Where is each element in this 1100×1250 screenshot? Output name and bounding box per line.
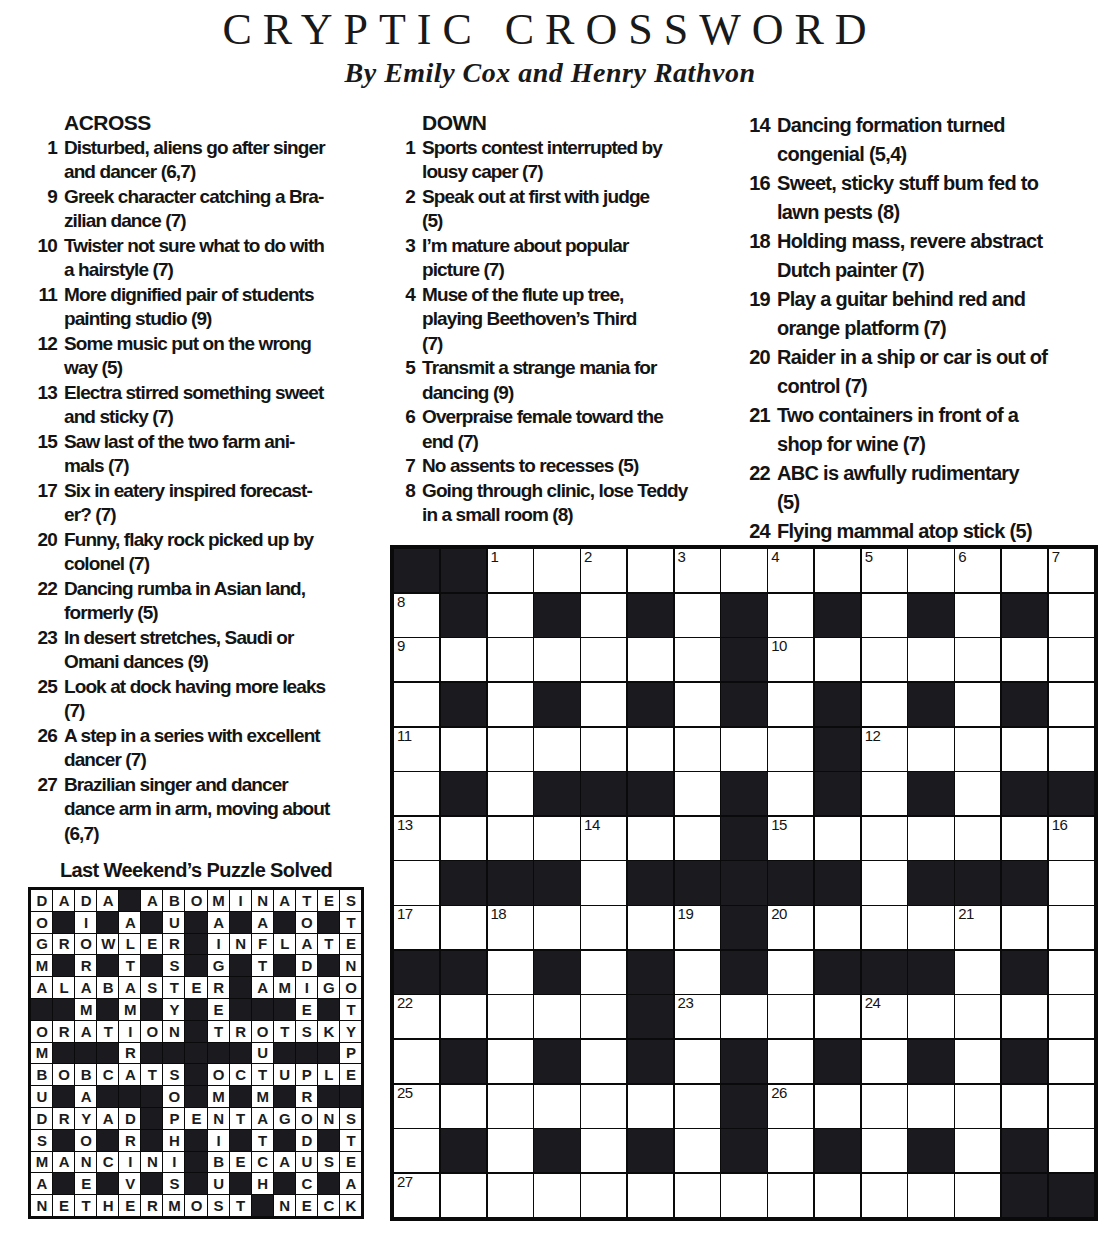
solved-cell-black	[185, 934, 206, 955]
grid-cell[interactable]	[908, 995, 953, 1038]
down-clues-column-left: DOWN 1Sports contest interrupted by lous…	[386, 111, 724, 528]
cell-number: 2	[584, 548, 592, 565]
grid-cell[interactable]	[908, 1085, 953, 1128]
grid-cell[interactable]: 10	[768, 638, 813, 681]
grid-cell[interactable]	[1049, 1040, 1094, 1083]
grid-cell[interactable]	[441, 995, 486, 1038]
grid-cell[interactable]	[441, 728, 486, 771]
grid-cell[interactable]	[862, 906, 907, 949]
grid-cell[interactable]	[955, 817, 1000, 860]
grid-cell[interactable]	[675, 638, 720, 681]
grid-cell[interactable]: 24	[862, 995, 907, 1038]
cell-number: 21	[958, 905, 974, 922]
grid-cell[interactable]	[862, 594, 907, 637]
grid-cell[interactable]	[1002, 906, 1047, 949]
grid-cell-black	[534, 951, 579, 994]
solved-cell-black	[318, 1173, 339, 1194]
grid-cell-black	[534, 683, 579, 726]
grid-cell[interactable]	[488, 817, 533, 860]
solved-cell-letter: C	[97, 1064, 118, 1085]
grid-cell[interactable]	[1002, 549, 1047, 592]
solved-cell-letter: N	[31, 1195, 52, 1216]
grid-cell[interactable]	[908, 817, 953, 860]
grid-cell-black	[721, 1129, 766, 1172]
grid-cell[interactable]	[1049, 951, 1094, 994]
grid-cell[interactable]	[768, 728, 813, 771]
solved-cell-letter: A	[208, 912, 229, 933]
grid-cell[interactable]	[815, 1174, 860, 1217]
grid-cell[interactable]: 9	[394, 638, 439, 681]
grid-cell[interactable]: 4	[768, 549, 813, 592]
clue-number: 9	[28, 185, 57, 234]
grid-cell[interactable]	[534, 906, 579, 949]
grid-cell[interactable]	[675, 594, 720, 637]
grid-cell[interactable]	[908, 1174, 953, 1217]
grid-cell[interactable]: 12	[862, 728, 907, 771]
grid-cell-black	[441, 594, 486, 637]
solved-cell-letter: E	[340, 1152, 361, 1173]
grid-cell[interactable]	[441, 638, 486, 681]
solved-cell-letter: G	[318, 977, 339, 998]
grid-cell[interactable]	[1049, 906, 1094, 949]
solved-cell-letter: S	[163, 955, 184, 976]
clue-number: 10	[28, 234, 57, 283]
grid-cell[interactable]	[394, 861, 439, 904]
grid-cell[interactable]: 7	[1049, 549, 1094, 592]
grid-cell[interactable]	[534, 638, 579, 681]
cell-number: 6	[958, 548, 966, 565]
solved-cell-black	[97, 1130, 118, 1151]
grid-cell-black	[721, 1040, 766, 1083]
solved-cell-black	[274, 912, 295, 933]
grid-cell-black	[628, 995, 673, 1038]
solved-cell-letter: O	[340, 977, 361, 998]
solved-cell-letter: S	[340, 1108, 361, 1129]
grid-cell-black	[862, 951, 907, 994]
solved-cell-letter: T	[230, 1108, 251, 1129]
grid-cell-black	[441, 1040, 486, 1083]
solved-cell-letter: I	[119, 1152, 140, 1173]
solved-cell-letter: T	[340, 1130, 361, 1151]
solved-cell-letter: A	[75, 977, 96, 998]
solved-grid: DADAABOMINATESOIAUAAOTGROWLERINFLATEMRTS…	[28, 887, 364, 1219]
grid-cell[interactable]: 17	[394, 906, 439, 949]
grid-cell[interactable]	[768, 772, 813, 815]
clue-number: 20	[740, 343, 770, 401]
grid-cell[interactable]: 14	[581, 817, 626, 860]
grid-cell-black	[721, 817, 766, 860]
solved-cell-letter: C	[318, 1195, 339, 1216]
solved-cell-black	[274, 1086, 295, 1107]
grid-cell[interactable]	[441, 1174, 486, 1217]
across-clue-20: 20Funny, flaky rock picked up by colonel…	[28, 528, 382, 577]
solved-cell-black	[318, 1043, 339, 1064]
solved-cell-letter: E	[296, 999, 317, 1020]
clue-number: 25	[28, 675, 57, 724]
grid-cell[interactable]	[534, 728, 579, 771]
grid-cell[interactable]: 15	[768, 817, 813, 860]
grid-cell[interactable]: 19	[675, 906, 720, 949]
grid-cell[interactable]	[1049, 638, 1094, 681]
grid-cell[interactable]	[768, 1174, 813, 1217]
grid-cell[interactable]	[815, 1085, 860, 1128]
grid-cell[interactable]: 13	[394, 817, 439, 860]
grid-cell[interactable]	[581, 683, 626, 726]
clue-number: 27	[28, 773, 57, 847]
grid-cell[interactable]	[955, 1129, 1000, 1172]
grid-cell[interactable]	[581, 638, 626, 681]
grid-cell[interactable]	[488, 951, 533, 994]
solved-cell-letter: O	[185, 890, 206, 911]
grid-cell[interactable]	[955, 1174, 1000, 1217]
solved-cell-letter: A	[119, 912, 140, 933]
clue-text: Sports contest interrupted by lousy cape…	[422, 136, 724, 185]
grid-cell[interactable]	[908, 728, 953, 771]
grid-cell[interactable]	[862, 638, 907, 681]
grid-cell[interactable]	[675, 1085, 720, 1128]
solved-cell-black	[208, 1043, 229, 1064]
grid-cell[interactable]	[1002, 1085, 1047, 1128]
grid-cell[interactable]	[815, 995, 860, 1038]
grid-cell[interactable]	[628, 549, 673, 592]
clue-text: Play a guitar behind red and orange plat…	[777, 285, 1098, 343]
solved-cell-letter: N	[163, 1021, 184, 1042]
down-header: DOWN	[386, 111, 724, 136]
grid-cell[interactable]	[394, 772, 439, 815]
grid-cell[interactable]	[675, 817, 720, 860]
clue-number: 1	[386, 136, 415, 185]
grid-cell[interactable]	[534, 1174, 579, 1217]
grid-cell[interactable]	[768, 594, 813, 637]
grid-cell[interactable]: 27	[394, 1174, 439, 1217]
grid-cell[interactable]: 26	[768, 1085, 813, 1128]
grid-cell[interactable]	[908, 906, 953, 949]
grid-cell[interactable]: 8	[394, 594, 439, 637]
clue-number: 11	[28, 283, 57, 332]
grid-cell[interactable]: 11	[394, 728, 439, 771]
grid-cell[interactable]	[768, 1129, 813, 1172]
solved-cell-letter: P	[163, 1108, 184, 1129]
grid-cell[interactable]	[581, 906, 626, 949]
solved-cell-letter: A	[31, 977, 52, 998]
grid-cell[interactable]	[675, 1174, 720, 1217]
grid-cell[interactable]	[675, 1040, 720, 1083]
grid-cell[interactable]	[488, 728, 533, 771]
grid-cell[interactable]: 16	[1049, 817, 1094, 860]
grid-cell[interactable]	[768, 683, 813, 726]
grid-cell[interactable]	[581, 1040, 626, 1083]
grid-cell[interactable]: 22	[394, 995, 439, 1038]
grid-cell[interactable]	[534, 817, 579, 860]
grid-cell[interactable]: 23	[675, 995, 720, 1038]
solved-cell-letter: G	[208, 955, 229, 976]
grid-cell[interactable]	[441, 817, 486, 860]
cell-number: 25	[397, 1084, 413, 1101]
grid-cell[interactable]	[581, 1085, 626, 1128]
solved-cell-letter: A	[75, 1021, 96, 1042]
grid-cell[interactable]	[581, 594, 626, 637]
solved-cell-black	[318, 912, 339, 933]
grid-cell-black	[441, 951, 486, 994]
grid-cell[interactable]	[1002, 638, 1047, 681]
grid-cell-black	[394, 549, 439, 592]
grid-cell[interactable]	[955, 995, 1000, 1038]
grid-cell[interactable]	[862, 1085, 907, 1128]
solved-cell-letter: A	[252, 912, 273, 933]
solved-cell-black	[340, 1086, 361, 1107]
cell-number: 24	[865, 994, 881, 1011]
grid-cell[interactable]	[675, 951, 720, 994]
grid-cell-black	[721, 683, 766, 726]
grid-cell[interactable]	[862, 772, 907, 815]
grid-cell[interactable]	[394, 1129, 439, 1172]
grid-cell[interactable]	[628, 728, 673, 771]
solved-cell-letter: R	[53, 934, 74, 955]
solved-cell-black	[141, 1043, 162, 1064]
solved-cell-letter: U	[208, 1173, 229, 1194]
grid-cell[interactable]	[628, 817, 673, 860]
solved-cell-letter: T	[97, 1021, 118, 1042]
grid-cell[interactable]	[628, 906, 673, 949]
grid-cell-black	[1002, 951, 1047, 994]
grid-cell[interactable]	[488, 1129, 533, 1172]
grid-cell[interactable]	[394, 683, 439, 726]
grid-cell-black	[721, 772, 766, 815]
grid-cell-black	[908, 1129, 953, 1172]
grid-cell[interactable]	[862, 683, 907, 726]
grid-cell[interactable]	[581, 995, 626, 1038]
solved-cell-letter: E	[208, 999, 229, 1020]
down-clue-4: 4Muse of the flute up tree, playing Beet…	[386, 283, 724, 357]
grid-cell[interactable]	[1049, 683, 1094, 726]
grid-cell[interactable]	[534, 549, 579, 592]
grid-cell[interactable]	[488, 683, 533, 726]
grid-cell[interactable]	[862, 861, 907, 904]
grid-cell[interactable]	[908, 549, 953, 592]
grid-cell[interactable]	[862, 1040, 907, 1083]
solved-cell-letter: R	[163, 934, 184, 955]
clue-number: 18	[740, 227, 770, 285]
grid-cell[interactable]	[534, 995, 579, 1038]
solved-cell-letter: T	[274, 1021, 295, 1042]
grid-cell[interactable]	[815, 549, 860, 592]
grid-cell[interactable]	[955, 951, 1000, 994]
grid-cell[interactable]	[1049, 1129, 1094, 1172]
solved-cell-letter: O	[296, 912, 317, 933]
grid-cell[interactable]	[1049, 861, 1094, 904]
solved-cell-letter: U	[274, 1064, 295, 1085]
grid-cell[interactable]	[488, 638, 533, 681]
solved-cell-black	[274, 955, 295, 976]
grid-cell[interactable]	[675, 772, 720, 815]
solved-cell-letter: E	[119, 1195, 140, 1216]
solved-cell-black	[141, 955, 162, 976]
grid-cell[interactable]	[955, 728, 1000, 771]
solved-cell-letter: E	[340, 1064, 361, 1085]
across-clue-9: 9Greek character catching a Bra- zilian …	[28, 185, 382, 234]
solved-cell-letter: A	[97, 890, 118, 911]
solved-cell-letter: S	[163, 1064, 184, 1085]
grid-cell[interactable]	[815, 906, 860, 949]
cell-number: 18	[491, 905, 507, 922]
clue-number: 23	[28, 626, 57, 675]
solved-cell-letter: E	[185, 1108, 206, 1129]
solved-cell-black	[274, 1043, 295, 1064]
grid-cell[interactable]	[1049, 1085, 1094, 1128]
clue-number: 16	[740, 169, 770, 227]
down-clue-14: 14Dancing formation turned congenial (5,…	[740, 111, 1098, 169]
grid-cell[interactable]	[955, 683, 1000, 726]
cell-number: 5	[865, 548, 873, 565]
solved-cell-black	[185, 955, 206, 976]
cell-number: 12	[865, 727, 881, 744]
grid-cell[interactable]: 21	[955, 906, 1000, 949]
grid-cell[interactable]	[394, 1040, 439, 1083]
grid-cell-black	[815, 772, 860, 815]
clue-number: 15	[28, 430, 57, 479]
grid-cell-black	[955, 861, 1000, 904]
grid-cell[interactable]	[768, 995, 813, 1038]
solved-cell-black	[141, 1173, 162, 1194]
cell-number: 19	[678, 905, 694, 922]
solved-cell-letter: T	[252, 1064, 273, 1085]
grid-cell[interactable]	[815, 638, 860, 681]
grid-cell[interactable]	[675, 728, 720, 771]
cell-number: 23	[678, 994, 694, 1011]
clue-number: 13	[28, 381, 57, 430]
clue-text: Raider in a ship or car is out of contro…	[777, 343, 1098, 401]
grid-cell[interactable]	[815, 817, 860, 860]
grid-cell-black	[815, 1040, 860, 1083]
grid-cell[interactable]	[862, 1129, 907, 1172]
grid-cell-black	[1002, 1174, 1047, 1217]
clue-text: Look at dock having more leaks (7)	[64, 675, 382, 724]
grid-cell[interactable]	[675, 683, 720, 726]
grid-cell[interactable]	[862, 1174, 907, 1217]
solved-cell-black	[141, 912, 162, 933]
grid-cell[interactable]	[768, 951, 813, 994]
across-clue-10: 10Twister not sure what to do with a hai…	[28, 234, 382, 283]
solved-cell-letter: R	[296, 1086, 317, 1107]
grid-cell[interactable]	[1049, 594, 1094, 637]
grid-cell[interactable]	[628, 1085, 673, 1128]
grid-cell[interactable]	[488, 1174, 533, 1217]
grid-cell[interactable]: 6	[955, 549, 1000, 592]
grid-cell[interactable]	[721, 549, 766, 592]
solved-cell-black	[53, 1130, 74, 1151]
grid-cell[interactable]	[1049, 728, 1094, 771]
solved-cell-letter: O	[53, 1064, 74, 1085]
solved-cell-letter: M	[252, 1086, 273, 1107]
grid-cell[interactable]	[581, 1174, 626, 1217]
solved-cell-black	[252, 999, 273, 1020]
grid-cell[interactable]	[721, 995, 766, 1038]
grid-cell[interactable]	[581, 951, 626, 994]
grid-cell[interactable]	[628, 638, 673, 681]
grid-cell[interactable]: 25	[394, 1085, 439, 1128]
solved-cell-black	[53, 1086, 74, 1107]
solved-cell-black	[318, 955, 339, 976]
grid-cell[interactable]	[581, 728, 626, 771]
grid-cell[interactable]	[675, 1129, 720, 1172]
across-header: ACROSS	[28, 111, 382, 136]
grid-cell[interactable]: 20	[768, 906, 813, 949]
grid-cell[interactable]	[955, 638, 1000, 681]
solved-cell-letter: I	[230, 890, 251, 911]
grid-cell[interactable]	[721, 728, 766, 771]
grid-cell[interactable]	[908, 638, 953, 681]
solved-cell-letter: T	[208, 1021, 229, 1042]
grid-cell[interactable]	[1002, 995, 1047, 1038]
grid-cell[interactable]	[1049, 995, 1094, 1038]
solved-cell-letter: I	[296, 977, 317, 998]
clue-text: Speak out at first with judge (5)	[422, 185, 724, 234]
grid-cell[interactable]	[441, 1085, 486, 1128]
grid-cell[interactable]	[488, 995, 533, 1038]
grid-cell[interactable]	[488, 1040, 533, 1083]
grid-cell[interactable]: 2	[581, 549, 626, 592]
grid-cell[interactable]: 5	[862, 549, 907, 592]
grid-cell[interactable]	[768, 1040, 813, 1083]
grid-cell[interactable]	[955, 772, 1000, 815]
clue-text: Two containers in front of a shop for wi…	[777, 401, 1098, 459]
solved-cell-black	[53, 999, 74, 1020]
solved-cell-letter: Y	[163, 999, 184, 1020]
grid-cell[interactable]	[581, 861, 626, 904]
solved-cell-letter: D	[296, 1130, 317, 1151]
solved-cell-black	[230, 1130, 251, 1151]
grid-cell[interactable]	[441, 906, 486, 949]
solved-cell-black	[230, 1086, 251, 1107]
grid-cell[interactable]	[488, 594, 533, 637]
grid-cell[interactable]	[488, 1085, 533, 1128]
solved-cell-letter: N	[252, 890, 273, 911]
grid-cell[interactable]	[1002, 728, 1047, 771]
solved-cell-letter: U	[296, 1152, 317, 1173]
grid-cell[interactable]: 3	[675, 549, 720, 592]
solved-cell-letter: S	[296, 1021, 317, 1042]
grid-cell[interactable]: 18	[488, 906, 533, 949]
grid-cell[interactable]	[488, 772, 533, 815]
solved-cell-letter: A	[119, 1064, 140, 1085]
solved-cell-letter: T	[230, 1195, 251, 1216]
grid-cell[interactable]	[955, 1085, 1000, 1128]
down-clue-3: 3I’m mature about popular picture (7)	[386, 234, 724, 283]
solved-cell-black	[119, 890, 140, 911]
solved-cell-letter: O	[185, 1195, 206, 1216]
grid-cell[interactable]	[862, 817, 907, 860]
grid-cell[interactable]	[955, 1040, 1000, 1083]
clue-text: A step in a series with excellent dancer…	[64, 724, 382, 773]
down-clue-list-right: 14Dancing formation turned congenial (5,…	[740, 111, 1098, 546]
clue-text: Funny, flaky rock picked up by colonel (…	[64, 528, 382, 577]
cell-number: 15	[771, 816, 787, 833]
grid-cell[interactable]	[955, 594, 1000, 637]
across-clue-12: 12Some music put on the wrong way (5)	[28, 332, 382, 381]
grid-cell[interactable]	[534, 1085, 579, 1128]
grid-cell[interactable]: 1	[488, 549, 533, 592]
cell-number: 14	[584, 816, 600, 833]
grid-cell-black	[1049, 772, 1094, 815]
solved-cell-letter: F	[252, 934, 273, 955]
grid-cell[interactable]	[628, 1174, 673, 1217]
cell-number: 3	[678, 548, 686, 565]
grid-cell-black	[768, 861, 813, 904]
grid-cell[interactable]	[721, 1174, 766, 1217]
grid-cell[interactable]	[581, 1129, 626, 1172]
grid-cell[interactable]	[1002, 817, 1047, 860]
solved-cell-letter: W	[97, 934, 118, 955]
